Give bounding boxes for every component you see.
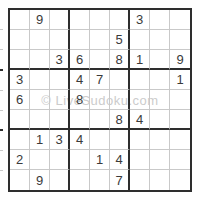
cell-r6c9[interactable]	[170, 110, 190, 130]
cell-r6c8[interactable]	[150, 110, 170, 130]
cell-r9c9[interactable]	[170, 170, 190, 190]
cell-r7c4[interactable]: 4	[70, 130, 90, 150]
cell-r8c1[interactable]: 2	[10, 150, 30, 170]
cell-r9c8[interactable]	[150, 170, 170, 190]
cell-r8c7[interactable]	[130, 150, 150, 170]
cell-r5c9[interactable]	[170, 90, 190, 110]
sudoku-board: 935368193471688413421497	[8, 8, 192, 192]
cell-r1c1[interactable]	[10, 10, 30, 30]
cell-r1c4[interactable]	[70, 10, 90, 30]
cell-r8c2[interactable]	[30, 150, 50, 170]
cell-r7c3[interactable]: 3	[50, 130, 70, 150]
cell-r7c8[interactable]	[150, 130, 170, 150]
cell-r6c2[interactable]	[30, 110, 50, 130]
cell-r7c2[interactable]: 1	[30, 130, 50, 150]
cell-r1c2[interactable]: 9	[30, 10, 50, 30]
cell-r1c3[interactable]	[50, 10, 70, 30]
cropped-grid-tick	[0, 129, 3, 131]
cell-r7c6[interactable]	[110, 130, 130, 150]
cell-r8c5[interactable]: 1	[90, 150, 110, 170]
cell-r4c7[interactable]	[130, 70, 150, 90]
cell-r1c7[interactable]: 3	[130, 10, 150, 30]
cell-r1c5[interactable]	[90, 10, 110, 30]
cell-r4c3[interactable]	[50, 70, 70, 90]
cell-r3c9[interactable]: 9	[170, 50, 190, 70]
cell-r5c6[interactable]	[110, 90, 130, 110]
cell-r9c1[interactable]	[10, 170, 30, 190]
cell-r2c2[interactable]	[30, 30, 50, 50]
cell-r7c5[interactable]	[90, 130, 110, 150]
cropped-grid-tick	[0, 150, 3, 151]
cropped-grid-tick	[0, 29, 3, 30]
cell-r4c4[interactable]: 4	[70, 70, 90, 90]
cell-r6c3[interactable]	[50, 110, 70, 130]
cell-r5c1[interactable]: 6	[10, 90, 30, 110]
cell-r1c8[interactable]	[150, 10, 170, 30]
cell-r2c9[interactable]	[170, 30, 190, 50]
cell-r8c8[interactable]	[150, 150, 170, 170]
cropped-grid-tick	[0, 49, 3, 50]
cell-r2c8[interactable]	[150, 30, 170, 50]
cell-r9c5[interactable]	[90, 170, 110, 190]
sudoku-screenshot: © LiveSudoku.com 93536819347168841342149…	[0, 0, 200, 200]
cell-r3c6[interactable]: 8	[110, 50, 130, 70]
cell-r9c6[interactable]: 7	[110, 170, 130, 190]
cell-r9c7[interactable]	[130, 170, 150, 190]
cropped-grid-tick	[0, 90, 3, 91]
cell-r2c4[interactable]	[70, 30, 90, 50]
cell-r6c7[interactable]: 4	[130, 110, 150, 130]
cell-r4c5[interactable]: 7	[90, 70, 110, 90]
cell-r5c5[interactable]	[90, 90, 110, 110]
cell-r1c9[interactable]	[170, 10, 190, 30]
cell-r6c1[interactable]	[10, 110, 30, 130]
cell-r6c6[interactable]: 8	[110, 110, 130, 130]
cropped-grid-tick	[0, 69, 3, 71]
cell-r2c1[interactable]	[10, 30, 30, 50]
cell-r4c6[interactable]	[110, 70, 130, 90]
cell-r6c5[interactable]	[90, 110, 110, 130]
cell-r2c3[interactable]	[50, 30, 70, 50]
cell-r3c3[interactable]: 3	[50, 50, 70, 70]
cell-r5c8[interactable]	[150, 90, 170, 110]
cell-r4c2[interactable]	[30, 70, 50, 90]
cell-r5c2[interactable]	[30, 90, 50, 110]
cropped-grid-tick	[0, 110, 3, 111]
cell-r4c8[interactable]	[150, 70, 170, 90]
cell-r1c6[interactable]	[110, 10, 130, 30]
cell-r6c4[interactable]	[70, 110, 90, 130]
cell-r7c9[interactable]	[170, 130, 190, 150]
cell-r2c7[interactable]	[130, 30, 150, 50]
cell-r2c6[interactable]: 5	[110, 30, 130, 50]
cell-r3c4[interactable]: 6	[70, 50, 90, 70]
cell-r5c3[interactable]	[50, 90, 70, 110]
cell-r7c7[interactable]	[130, 130, 150, 150]
cell-r2c5[interactable]	[90, 30, 110, 50]
cell-r8c6[interactable]: 4	[110, 150, 130, 170]
cell-r9c3[interactable]	[50, 170, 70, 190]
cell-r9c2[interactable]: 9	[30, 170, 50, 190]
cell-r9c4[interactable]	[70, 170, 90, 190]
cropped-grid-tick	[0, 170, 3, 171]
cell-r5c4[interactable]: 8	[70, 90, 90, 110]
cell-r3c7[interactable]: 1	[130, 50, 150, 70]
cell-r5c7[interactable]	[130, 90, 150, 110]
cell-r3c2[interactable]	[30, 50, 50, 70]
cell-r3c1[interactable]	[10, 50, 30, 70]
cell-r8c3[interactable]	[50, 150, 70, 170]
cell-r4c9[interactable]: 1	[170, 70, 190, 90]
cell-r7c1[interactable]	[10, 130, 30, 150]
cell-r3c5[interactable]	[90, 50, 110, 70]
cell-r8c4[interactable]	[70, 150, 90, 170]
cell-r3c8[interactable]	[150, 50, 170, 70]
cell-r4c1[interactable]: 3	[10, 70, 30, 90]
cell-r8c9[interactable]	[170, 150, 190, 170]
